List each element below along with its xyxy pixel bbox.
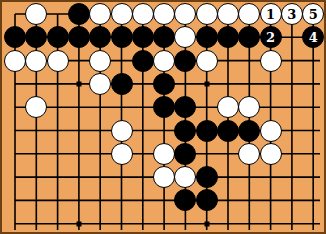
black-stone[interactable]: 4 [302,26,324,48]
white-stone[interactable] [153,166,175,188]
white-stone[interactable] [174,3,196,25]
black-stone[interactable] [196,189,218,211]
black-stone[interactable] [153,96,175,118]
black-stone[interactable] [153,73,175,95]
move-number-label: 3 [287,8,296,21]
white-stone[interactable] [25,50,47,72]
move-number-label: 1 [266,8,275,21]
white-stone[interactable] [111,3,133,25]
white-stone[interactable] [111,143,133,165]
white-stone[interactable] [89,50,111,72]
white-stone[interactable] [25,3,47,25]
black-stone[interactable]: 2 [260,26,282,48]
black-stone[interactable] [89,26,111,48]
black-stone[interactable] [132,50,154,72]
black-stone[interactable] [111,26,133,48]
white-stone[interactable] [260,143,282,165]
go-board[interactable]: 13524 [0,0,326,234]
black-stone[interactable] [196,166,218,188]
black-stone[interactable] [217,26,239,48]
black-stone[interactable] [238,26,260,48]
black-stone[interactable] [132,26,154,48]
black-stone[interactable] [196,26,218,48]
black-stone[interactable] [68,26,90,48]
white-stone[interactable]: 5 [302,3,324,25]
black-stone[interactable] [174,189,196,211]
white-stone[interactable] [217,96,239,118]
white-stone[interactable] [174,26,196,48]
white-stone[interactable] [89,3,111,25]
black-stone[interactable] [238,120,260,142]
black-stone[interactable] [174,96,196,118]
black-stone[interactable] [153,26,175,48]
white-stone[interactable] [89,73,111,95]
move-number-label: 4 [309,31,318,44]
black-stone[interactable] [174,120,196,142]
move-number-label: 2 [266,31,275,44]
white-stone[interactable] [111,120,133,142]
white-stone[interactable] [153,3,175,25]
black-stone[interactable] [47,26,69,48]
white-stone[interactable] [260,50,282,72]
black-stone[interactable] [111,73,133,95]
star-point [76,221,81,226]
white-stone[interactable] [153,143,175,165]
white-stone[interactable] [153,50,175,72]
white-stone[interactable] [260,120,282,142]
star-point [204,221,209,226]
white-stone[interactable] [196,3,218,25]
white-stone[interactable]: 3 [281,3,303,25]
black-stone[interactable] [4,26,26,48]
go-diagram: 13524 [0,0,326,234]
white-stone[interactable] [238,143,260,165]
black-stone[interactable] [217,120,239,142]
star-point [76,81,81,86]
white-stone[interactable]: 1 [260,3,282,25]
black-stone[interactable] [174,143,196,165]
white-stone[interactable] [132,3,154,25]
white-stone[interactable] [196,50,218,72]
black-stone[interactable] [25,26,47,48]
white-stone[interactable] [238,3,260,25]
white-stone[interactable] [174,166,196,188]
black-stone[interactable] [174,50,196,72]
white-stone[interactable] [238,96,260,118]
move-number-label: 5 [309,8,318,21]
board-grid-area: 13524 [4,4,326,234]
black-stone[interactable] [68,3,90,25]
white-stone[interactable] [47,50,69,72]
white-stone[interactable] [217,3,239,25]
star-point [204,81,209,86]
black-stone[interactable] [196,120,218,142]
white-stone[interactable] [4,50,26,72]
white-stone[interactable] [25,96,47,118]
